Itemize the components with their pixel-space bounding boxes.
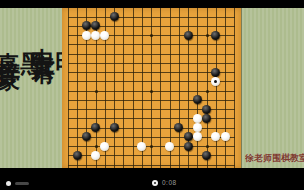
white-stone — [193, 114, 202, 123]
star-point — [206, 145, 209, 148]
white-stone — [211, 132, 220, 141]
white-stone — [91, 151, 100, 160]
seek-knob[interactable] — [152, 180, 158, 186]
video-frame: 黑 辜梓豪 白 申真谞 徐老师围棋教室 0:08 — [0, 0, 304, 190]
white-stone — [211, 77, 220, 86]
black-player-name: 辜梓豪 — [0, 33, 20, 54]
star-point — [150, 34, 153, 37]
go-board — [62, 8, 241, 168]
star-point — [206, 90, 209, 93]
black-stone — [184, 142, 193, 151]
black-stone — [82, 132, 91, 141]
players-panel: 黑 辜梓豪 白 申真谞 — [0, 8, 63, 168]
star-point — [206, 34, 209, 37]
black-stone — [202, 114, 211, 123]
letterbox-top — [0, 0, 304, 8]
white-stone — [165, 142, 174, 151]
time-label: 0:08 — [162, 179, 177, 186]
white-stone — [193, 132, 202, 141]
black-stone — [91, 21, 100, 30]
star-point — [95, 145, 98, 148]
black-stone — [73, 151, 82, 160]
star-point — [95, 90, 98, 93]
black-stone — [110, 12, 119, 21]
black-stone — [174, 123, 183, 132]
black-stone — [211, 68, 220, 77]
white-stone — [100, 142, 109, 151]
player-controls-icon[interactable] — [15, 182, 29, 185]
white-stone — [82, 31, 91, 40]
player-bar[interactable]: 0:08 — [0, 168, 304, 190]
black-stone — [91, 123, 100, 132]
play-button[interactable] — [6, 181, 11, 186]
black-stone — [211, 31, 220, 40]
black-stone — [184, 132, 193, 141]
white-player-name: 申真谞 — [31, 28, 55, 49]
star-point — [150, 145, 153, 148]
black-stone — [82, 21, 91, 30]
white-stone — [100, 31, 109, 40]
white-stone — [193, 123, 202, 132]
last-move-marker — [214, 80, 217, 83]
black-stone — [184, 31, 193, 40]
right-panel: 徐老师围棋教室 — [241, 8, 304, 168]
star-point — [150, 90, 153, 93]
channel-caption: 徐老师围棋教室 — [245, 152, 304, 165]
black-stone — [202, 151, 211, 160]
black-stone — [202, 105, 211, 114]
white-stone — [91, 31, 100, 40]
white-stone — [221, 132, 230, 141]
black-stone — [110, 123, 119, 132]
black-stone — [193, 95, 202, 104]
white-stone — [137, 142, 146, 151]
